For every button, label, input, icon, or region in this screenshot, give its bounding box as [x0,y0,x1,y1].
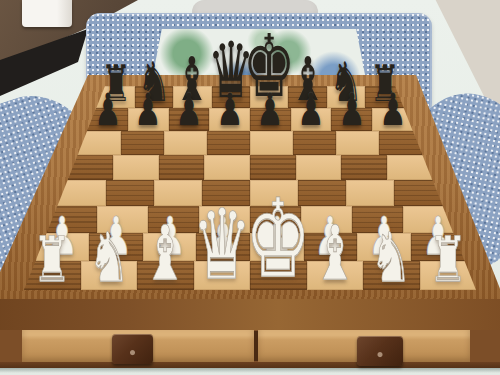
piece-black-pawn-g7[interactable]: ♟ [338,87,365,131]
piece-black-pawn-b7[interactable]: ♟ [135,87,162,131]
pieces-layer: ♜♞♝♛♚♝♞♜♟♟♟♟♟♟♟♟♟♟♟♟♟♟♟♟♜♞♝♛♚♝♞♜ [0,0,500,375]
piece-black-pawn-a7[interactable]: ♟ [94,87,121,131]
piece-white-rook-a1[interactable]: ♜ [33,229,71,292]
piece-white-knight-b1[interactable]: ♞ [88,223,130,291]
piece-white-queen-d1[interactable]: ♛ [192,196,251,293]
piece-black-pawn-e7[interactable]: ♟ [257,87,284,131]
piece-white-bishop-c1[interactable]: ♝ [142,216,188,291]
piece-white-king-e1[interactable]: ♚ [245,185,311,293]
chess-photo-scene: ♜♞♝♛♚♝♞♜♟♟♟♟♟♟♟♟♟♟♟♟♟♟♟♟♜♞♝♛♚♝♞♜ [0,0,500,375]
piece-white-bishop-f1[interactable]: ♝ [312,216,358,291]
piece-black-pawn-h7[interactable]: ♟ [379,87,406,131]
piece-black-pawn-d7[interactable]: ♟ [216,87,243,131]
piece-black-pawn-c7[interactable]: ♟ [175,87,202,131]
piece-white-knight-g1[interactable]: ♞ [370,223,412,291]
piece-white-rook-h1[interactable]: ♜ [429,229,467,292]
piece-black-pawn-f7[interactable]: ♟ [297,87,324,131]
